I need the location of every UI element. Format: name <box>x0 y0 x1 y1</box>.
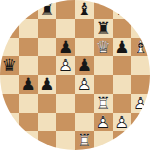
white-pawn-icon: ♙ <box>75 75 94 94</box>
square-e3[interactable] <box>75 94 94 113</box>
piece-white-queen[interactable]: ♛♕ <box>94 38 113 57</box>
square-f3[interactable]: ♜♖ <box>94 94 113 113</box>
white-pawn-icon: ♙ <box>94 113 113 132</box>
square-d7[interactable] <box>56 19 75 38</box>
square-e6[interactable] <box>75 38 94 57</box>
square-c4[interactable]: ♟ <box>38 75 57 94</box>
square-d2[interactable] <box>56 113 75 132</box>
piece-black-pawn[interactable]: ♟ <box>75 56 94 75</box>
square-g3[interactable] <box>113 94 132 113</box>
square-h6[interactable]: ♝♗ <box>131 38 150 57</box>
square-e1[interactable]: ♜♖ <box>75 131 94 150</box>
piece-black-bishop[interactable]: ♝ <box>75 0 94 19</box>
piece-black-pawn[interactable]: ♟ <box>113 38 132 57</box>
square-d4[interactable] <box>56 75 75 94</box>
circular-board-mask: ♜♝♚♜♟♛♕♟♝♗♛♟♙♟♟♟♟♙♜♖♟♙♟♙♟♙♜♖♚♔ <box>0 0 150 150</box>
square-c6[interactable] <box>38 38 57 57</box>
piece-black-pawn[interactable]: ♟ <box>19 75 38 94</box>
square-f8[interactable] <box>94 0 113 19</box>
piece-black-rook[interactable]: ♜ <box>94 19 113 38</box>
piece-white-bishop[interactable]: ♝♗ <box>131 38 150 57</box>
black-pawn-icon: ♟ <box>38 75 57 94</box>
square-d6[interactable]: ♟ <box>56 38 75 57</box>
square-f1[interactable] <box>94 131 113 150</box>
white-bishop-icon: ♗ <box>131 38 150 57</box>
square-h3[interactable]: ♟♙ <box>131 94 150 113</box>
square-b1[interactable] <box>19 131 38 150</box>
piece-white-pawn[interactable]: ♟♙ <box>113 113 132 132</box>
square-b2[interactable] <box>19 113 38 132</box>
square-h1[interactable]: ♚♔ <box>131 131 150 150</box>
square-d8[interactable] <box>56 0 75 19</box>
square-g7[interactable] <box>113 19 132 38</box>
piece-white-pawn[interactable]: ♟♙ <box>131 94 150 113</box>
piece-black-pawn[interactable]: ♟ <box>38 75 57 94</box>
square-h7[interactable] <box>131 19 150 38</box>
square-h2[interactable] <box>131 113 150 132</box>
square-c2[interactable] <box>38 113 57 132</box>
square-a4[interactable] <box>0 75 19 94</box>
square-g6[interactable]: ♟ <box>113 38 132 57</box>
piece-white-rook[interactable]: ♜♖ <box>75 131 94 150</box>
square-e7[interactable] <box>75 19 94 38</box>
square-f7[interactable]: ♜ <box>94 19 113 38</box>
white-pawn-icon: ♙ <box>56 56 75 75</box>
square-h4[interactable] <box>131 75 150 94</box>
black-pawn-icon: ♟ <box>19 75 38 94</box>
white-pawn-icon: ♙ <box>131 94 150 113</box>
black-pawn-icon: ♟ <box>113 38 132 57</box>
piece-black-queen[interactable]: ♛ <box>0 56 19 75</box>
square-g1[interactable] <box>113 131 132 150</box>
white-rook-icon: ♖ <box>75 131 94 150</box>
square-f5[interactable] <box>94 56 113 75</box>
square-g5[interactable] <box>113 56 132 75</box>
square-d1[interactable] <box>56 131 75 150</box>
square-e2[interactable] <box>75 113 94 132</box>
black-king-icon: ♚ <box>113 0 132 19</box>
piece-white-king[interactable]: ♚♔ <box>131 131 150 150</box>
square-b3[interactable] <box>19 94 38 113</box>
square-c1[interactable] <box>38 131 57 150</box>
black-bishop-icon: ♝ <box>75 0 94 19</box>
square-g4[interactable] <box>113 75 132 94</box>
square-e4[interactable]: ♟♙ <box>75 75 94 94</box>
square-e5[interactable]: ♟ <box>75 56 94 75</box>
piece-black-rook[interactable]: ♜ <box>38 0 57 19</box>
white-pawn-icon: ♙ <box>113 113 132 132</box>
square-a8[interactable] <box>0 0 19 19</box>
white-queen-icon: ♕ <box>94 38 113 57</box>
square-f6[interactable]: ♛♕ <box>94 38 113 57</box>
square-c7[interactable] <box>38 19 57 38</box>
square-a3[interactable] <box>0 94 19 113</box>
white-king-fill-glyph: ♚ <box>131 131 150 150</box>
square-c8[interactable]: ♜ <box>38 0 57 19</box>
black-rook-icon: ♜ <box>38 0 57 19</box>
square-a5[interactable]: ♛ <box>0 56 19 75</box>
square-b7[interactable] <box>19 19 38 38</box>
square-a1[interactable] <box>0 131 19 150</box>
square-d3[interactable] <box>56 94 75 113</box>
square-e8[interactable]: ♝ <box>75 0 94 19</box>
square-b8[interactable] <box>19 0 38 19</box>
square-h5[interactable] <box>131 56 150 75</box>
square-a2[interactable] <box>0 113 19 132</box>
black-pawn-icon: ♟ <box>75 56 94 75</box>
square-b4[interactable]: ♟ <box>19 75 38 94</box>
square-c3[interactable] <box>38 94 57 113</box>
square-g2[interactable]: ♟♙ <box>113 113 132 132</box>
square-f4[interactable] <box>94 75 113 94</box>
white-rook-icon: ♖ <box>94 94 113 113</box>
piece-white-pawn[interactable]: ♟♙ <box>56 56 75 75</box>
black-pawn-icon: ♟ <box>56 38 75 57</box>
piece-black-king[interactable]: ♚ <box>113 0 132 19</box>
square-c5[interactable] <box>38 56 57 75</box>
black-rook-icon: ♜ <box>94 19 113 38</box>
square-a7[interactable] <box>0 19 19 38</box>
piece-black-pawn[interactable]: ♟ <box>56 38 75 57</box>
white-king-icon: ♔ <box>131 131 150 150</box>
square-b5[interactable] <box>19 56 38 75</box>
page: ♜♝♚♜♟♛♕♟♝♗♛♟♙♟♟♟♟♙♜♖♟♙♟♙♟♙♜♖♚♔ <box>0 0 150 150</box>
piece-white-rook[interactable]: ♜♖ <box>94 94 113 113</box>
piece-white-pawn[interactable]: ♟♙ <box>94 113 113 132</box>
black-queen-icon: ♛ <box>0 56 19 75</box>
square-b6[interactable] <box>19 38 38 57</box>
square-h8[interactable] <box>131 0 150 19</box>
chess-board: ♜♝♚♜♟♛♕♟♝♗♛♟♙♟♟♟♟♙♜♖♟♙♟♙♟♙♜♖♚♔ <box>0 0 150 150</box>
square-d5[interactable]: ♟♙ <box>56 56 75 75</box>
square-a6[interactable] <box>0 38 19 57</box>
piece-white-pawn[interactable]: ♟♙ <box>75 75 94 94</box>
square-f2[interactable]: ♟♙ <box>94 113 113 132</box>
square-g8[interactable]: ♚ <box>113 0 132 19</box>
